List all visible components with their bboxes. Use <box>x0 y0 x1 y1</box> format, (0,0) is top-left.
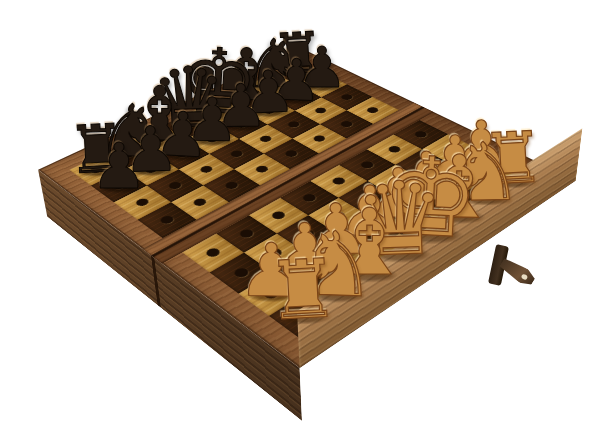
squares-layer <box>38 48 300 170</box>
peg-hole <box>121 150 137 159</box>
peg-hole <box>413 130 429 139</box>
peg-hole <box>330 176 347 186</box>
square-b2[interactable] <box>273 253 337 294</box>
perspective-container <box>0 0 600 426</box>
peg-hole <box>295 267 314 279</box>
peg-hole <box>328 247 347 259</box>
square-d2[interactable] <box>338 215 399 253</box>
peg-hole <box>204 247 223 259</box>
peg-hole <box>270 210 288 221</box>
square-c3[interactable] <box>277 215 338 252</box>
peg-hole <box>261 287 281 300</box>
peg-hole <box>238 94 253 102</box>
peg-hole <box>288 94 303 102</box>
peg-hole <box>261 107 276 115</box>
peg-hole <box>143 165 159 174</box>
peg-hole <box>389 210 407 221</box>
peg-hole <box>283 149 299 158</box>
square-e3[interactable] <box>339 181 398 215</box>
peg-hole <box>291 69 306 76</box>
peg-hole <box>258 134 274 143</box>
peg-hole <box>191 197 208 207</box>
peg-hole <box>442 145 459 154</box>
peg-hole <box>301 193 318 203</box>
peg-hole <box>472 160 489 170</box>
clasp-hole <box>521 273 529 280</box>
peg-hole <box>134 197 151 207</box>
peg-hole <box>88 165 104 174</box>
peg-hole <box>313 106 329 114</box>
peg-hole <box>198 165 215 174</box>
peg-hole <box>204 135 220 144</box>
square-d3[interactable] <box>308 198 368 234</box>
peg-hole <box>415 160 432 169</box>
peg-hole <box>418 193 436 203</box>
peg-hole <box>311 134 327 143</box>
peg-hole <box>339 93 354 101</box>
peg-hole <box>233 121 249 129</box>
peg-hole <box>446 176 463 186</box>
square-b3[interactable] <box>244 234 306 273</box>
peg-hole <box>314 81 329 88</box>
peg-hole <box>286 120 302 128</box>
chess-board <box>38 48 576 368</box>
peg-hole <box>365 106 381 114</box>
peg-hole <box>359 228 377 239</box>
peg-hole <box>181 121 197 129</box>
peg-hole <box>167 181 184 191</box>
square-e2[interactable] <box>368 198 428 234</box>
peg-hole <box>228 149 244 158</box>
peg-hole <box>329 210 347 221</box>
square-a6[interactable] <box>114 186 171 220</box>
peg-hole <box>339 120 355 128</box>
peg-hole <box>386 145 403 154</box>
square-f2[interactable] <box>397 181 456 215</box>
chess-set-photo: ♜♞♝♛♚♝♞♜♟♟♟♟♟♟♟♟♟♟♟♟♟♟♟♟♜♞♝♛♚♝♞♜ <box>0 0 600 426</box>
peg-hole <box>232 267 251 279</box>
square-a3[interactable] <box>210 253 273 294</box>
square-c2[interactable] <box>306 234 369 273</box>
peg-hole <box>152 135 168 144</box>
peg-hole <box>298 228 316 239</box>
peg-hole <box>359 160 376 169</box>
peg-hole <box>266 247 285 259</box>
peg-hole <box>111 181 128 191</box>
peg-hole <box>388 176 405 186</box>
peg-hole <box>265 81 280 88</box>
square-a4[interactable] <box>182 233 244 272</box>
peg-hole <box>223 180 240 190</box>
fold-gap-line <box>151 255 161 307</box>
peg-hole <box>359 193 377 203</box>
square-a2[interactable] <box>239 273 304 316</box>
peg-hole <box>254 164 271 173</box>
clasp-latch <box>486 243 556 303</box>
peg-hole <box>237 228 255 239</box>
peg-hole <box>158 214 176 225</box>
peg-hole <box>210 107 225 115</box>
square-g2[interactable] <box>425 165 483 198</box>
peg-hole <box>174 149 190 158</box>
